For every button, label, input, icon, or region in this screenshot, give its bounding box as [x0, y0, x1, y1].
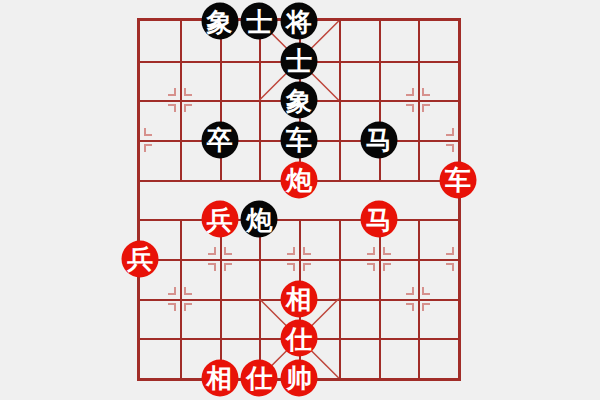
board-point[interactable] [418, 100, 458, 140]
piece-red-chariot[interactable]: 车 [440, 161, 477, 198]
board-point[interactable] [339, 21, 379, 61]
board-point[interactable] [418, 338, 458, 378]
xiangqi-screenshot: 象士将士象卒车马炮车兵炮马兵相仕相仕帅 [0, 0, 600, 400]
board-point[interactable] [220, 299, 260, 339]
piece-black-advisor[interactable]: 士 [241, 3, 278, 40]
board-point[interactable] [379, 338, 419, 378]
board-point[interactable] [180, 61, 220, 101]
board-point[interactable] [140, 61, 180, 101]
piece-black-king[interactable]: 将 [281, 3, 318, 40]
piece-red-advisor[interactable]: 仕 [241, 359, 278, 396]
piece-black-chariot[interactable]: 车 [281, 121, 318, 158]
board-point[interactable] [140, 21, 180, 61]
board-point[interactable] [379, 61, 419, 101]
board-point[interactable] [418, 259, 458, 299]
board-point[interactable] [299, 219, 339, 259]
piece-red-elephant[interactable]: 相 [201, 359, 238, 396]
piece-red-cannon[interactable]: 炮 [281, 161, 318, 198]
piece-red-pawn[interactable]: 兵 [201, 201, 238, 238]
board-point[interactable] [418, 219, 458, 259]
piece-black-pawn[interactable]: 卒 [201, 121, 238, 158]
board-point[interactable] [140, 140, 180, 180]
board-point[interactable] [339, 338, 379, 378]
piece-red-elephant[interactable]: 相 [281, 280, 318, 317]
piece-black-elephant[interactable]: 象 [281, 82, 318, 119]
board-point[interactable] [220, 61, 260, 101]
piece-black-horse[interactable]: 马 [360, 121, 397, 158]
piece-black-elephant[interactable]: 象 [201, 3, 238, 40]
piece-black-cannon[interactable]: 炮 [241, 201, 278, 238]
piece-red-king[interactable]: 帅 [281, 359, 318, 396]
board-point[interactable] [180, 299, 220, 339]
board-point[interactable] [418, 61, 458, 101]
board-point[interactable] [379, 21, 419, 61]
board-point[interactable] [379, 259, 419, 299]
xiangqi-board: 象士将士象卒车马炮车兵炮马兵相仕相仕帅 [137, 18, 461, 381]
board-point[interactable] [379, 299, 419, 339]
board-point[interactable] [220, 259, 260, 299]
board-point[interactable] [418, 299, 458, 339]
board-point[interactable] [140, 299, 180, 339]
piece-black-advisor[interactable]: 士 [281, 42, 318, 79]
board-point[interactable] [418, 21, 458, 61]
piece-red-horse[interactable]: 马 [360, 201, 397, 238]
board-point[interactable] [140, 338, 180, 378]
board-point[interactable] [180, 259, 220, 299]
piece-red-advisor[interactable]: 仕 [281, 320, 318, 357]
board-point[interactable] [339, 259, 379, 299]
board-point[interactable] [140, 100, 180, 140]
piece-red-pawn[interactable]: 兵 [122, 240, 159, 277]
board-point[interactable] [339, 299, 379, 339]
board-point[interactable] [339, 61, 379, 101]
board-point[interactable] [140, 180, 180, 220]
